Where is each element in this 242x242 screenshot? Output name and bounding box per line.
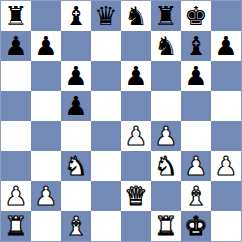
square-c3[interactable]: ♞	[61, 151, 91, 181]
square-a5[interactable]	[1, 91, 31, 121]
square-b4[interactable]	[31, 121, 61, 151]
square-b2[interactable]: ♟	[31, 181, 61, 211]
piece-black-pawn[interactable]: ♟	[121, 61, 151, 91]
square-b8[interactable]	[31, 1, 61, 31]
piece-white-bishop[interactable]: ♝	[181, 181, 211, 211]
square-a2[interactable]: ♟	[1, 181, 31, 211]
piece-black-knight[interactable]: ♞	[121, 1, 151, 31]
square-g2[interactable]: ♝	[181, 181, 211, 211]
square-d6[interactable]	[91, 61, 121, 91]
square-g8[interactable]: ♚	[181, 1, 211, 31]
square-h2[interactable]	[211, 181, 241, 211]
piece-black-bishop[interactable]: ♝	[61, 1, 91, 31]
piece-black-bishop[interactable]: ♝	[181, 31, 211, 61]
piece-white-pawn[interactable]: ♟	[31, 181, 61, 211]
square-e3[interactable]	[121, 151, 151, 181]
piece-black-pawn[interactable]: ♟	[61, 61, 91, 91]
piece-white-pawn[interactable]: ♟	[121, 121, 151, 151]
square-c1[interactable]: ♝	[61, 211, 91, 241]
square-f7[interactable]: ♞	[151, 31, 181, 61]
square-c5[interactable]: ♟	[61, 91, 91, 121]
piece-black-pawn[interactable]: ♟	[181, 61, 211, 91]
piece-black-pawn[interactable]: ♟	[211, 31, 241, 61]
square-h3[interactable]: ♟	[211, 151, 241, 181]
piece-black-rook[interactable]: ♜	[151, 1, 181, 31]
square-f6[interactable]	[151, 61, 181, 91]
square-d7[interactable]	[91, 31, 121, 61]
square-e6[interactable]: ♟	[121, 61, 151, 91]
piece-white-queen[interactable]: ♛	[121, 181, 151, 211]
square-e4[interactable]: ♟	[121, 121, 151, 151]
square-e2[interactable]: ♛	[121, 181, 151, 211]
piece-white-pawn[interactable]: ♟	[181, 151, 211, 181]
square-b3[interactable]	[31, 151, 61, 181]
square-e5[interactable]	[121, 91, 151, 121]
square-d3[interactable]	[91, 151, 121, 181]
piece-black-rook[interactable]: ♜	[1, 1, 31, 31]
piece-black-knight[interactable]: ♞	[151, 31, 181, 61]
square-a1[interactable]: ♜	[1, 211, 31, 241]
square-a7[interactable]: ♟	[1, 31, 31, 61]
square-g3[interactable]: ♟	[181, 151, 211, 181]
piece-black-king[interactable]: ♚	[181, 1, 211, 31]
square-d5[interactable]	[91, 91, 121, 121]
square-c6[interactable]: ♟	[61, 61, 91, 91]
square-h7[interactable]: ♟	[211, 31, 241, 61]
piece-white-pawn[interactable]: ♟	[151, 121, 181, 151]
square-c2[interactable]	[61, 181, 91, 211]
square-e1[interactable]	[121, 211, 151, 241]
square-d1[interactable]	[91, 211, 121, 241]
square-f1[interactable]: ♜	[151, 211, 181, 241]
piece-black-pawn[interactable]: ♟	[31, 31, 61, 61]
square-f5[interactable]	[151, 91, 181, 121]
square-f4[interactable]: ♟	[151, 121, 181, 151]
piece-white-rook[interactable]: ♜	[1, 211, 31, 241]
square-h8[interactable]	[211, 1, 241, 31]
piece-white-knight[interactable]: ♞	[151, 151, 181, 181]
piece-black-queen[interactable]: ♛	[91, 1, 121, 31]
square-b5[interactable]	[31, 91, 61, 121]
square-g7[interactable]: ♝	[181, 31, 211, 61]
piece-black-pawn[interactable]: ♟	[1, 31, 31, 61]
square-h5[interactable]	[211, 91, 241, 121]
square-g5[interactable]	[181, 91, 211, 121]
square-d4[interactable]	[91, 121, 121, 151]
square-h4[interactable]	[211, 121, 241, 151]
piece-white-rook[interactable]: ♜	[151, 211, 181, 241]
square-g6[interactable]: ♟	[181, 61, 211, 91]
square-b7[interactable]: ♟	[31, 31, 61, 61]
square-b6[interactable]	[31, 61, 61, 91]
piece-white-knight[interactable]: ♞	[61, 151, 91, 181]
square-g1[interactable]: ♚	[181, 211, 211, 241]
square-c4[interactable]	[61, 121, 91, 151]
square-f2[interactable]	[151, 181, 181, 211]
square-e8[interactable]: ♞	[121, 1, 151, 31]
piece-black-pawn[interactable]: ♟	[61, 91, 91, 121]
square-d8[interactable]: ♛	[91, 1, 121, 31]
square-b1[interactable]	[31, 211, 61, 241]
square-h1[interactable]	[211, 211, 241, 241]
square-f3[interactable]: ♞	[151, 151, 181, 181]
square-a3[interactable]	[1, 151, 31, 181]
square-e7[interactable]	[121, 31, 151, 61]
piece-white-bishop[interactable]: ♝	[61, 211, 91, 241]
square-a8[interactable]: ♜	[1, 1, 31, 31]
square-c8[interactable]: ♝	[61, 1, 91, 31]
piece-white-pawn[interactable]: ♟	[1, 181, 31, 211]
chess-board: ♜♝♛♞♜♚♟♟♞♝♟♟♟♟♟♟♟♞♞♟♟♟♟♛♝♜♝♜♚	[0, 0, 242, 242]
piece-white-pawn[interactable]: ♟	[211, 151, 241, 181]
square-g4[interactable]	[181, 121, 211, 151]
square-h6[interactable]	[211, 61, 241, 91]
square-f8[interactable]: ♜	[151, 1, 181, 31]
square-a4[interactable]	[1, 121, 31, 151]
square-a6[interactable]	[1, 61, 31, 91]
square-d2[interactable]	[91, 181, 121, 211]
piece-white-king[interactable]: ♚	[181, 211, 211, 241]
square-c7[interactable]	[61, 31, 91, 61]
